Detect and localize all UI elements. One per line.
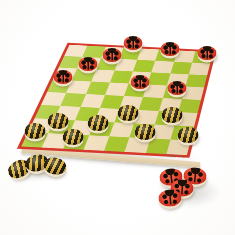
- bee-piece[interactable]: [178, 127, 199, 143]
- ladybug-piece[interactable]: [198, 46, 217, 60]
- bee-piece[interactable]: [25, 123, 46, 139]
- ladybug-piece[interactable]: [168, 81, 187, 95]
- ladybug-piece[interactable]: [79, 57, 98, 71]
- bee-piece[interactable]: [135, 124, 156, 140]
- bee-piece[interactable]: [118, 105, 139, 121]
- bee-piece[interactable]: [63, 129, 84, 145]
- bee-piece[interactable]: [162, 107, 183, 123]
- product-photo-stage: Bigjigs Toys: [0, 0, 235, 235]
- ladybug-piece[interactable]: [131, 75, 150, 89]
- bee-piece[interactable]: [88, 115, 109, 131]
- board-square[interactable]: [189, 63, 211, 76]
- bee-piece[interactable]: [48, 113, 69, 129]
- ladybug-piece[interactable]: [103, 48, 122, 62]
- ladybug-piece[interactable]: [161, 42, 180, 56]
- ladybug-piece[interactable]: [54, 70, 73, 84]
- board-square[interactable]: [185, 74, 207, 87]
- ladybug-piece[interactable]: [124, 36, 143, 50]
